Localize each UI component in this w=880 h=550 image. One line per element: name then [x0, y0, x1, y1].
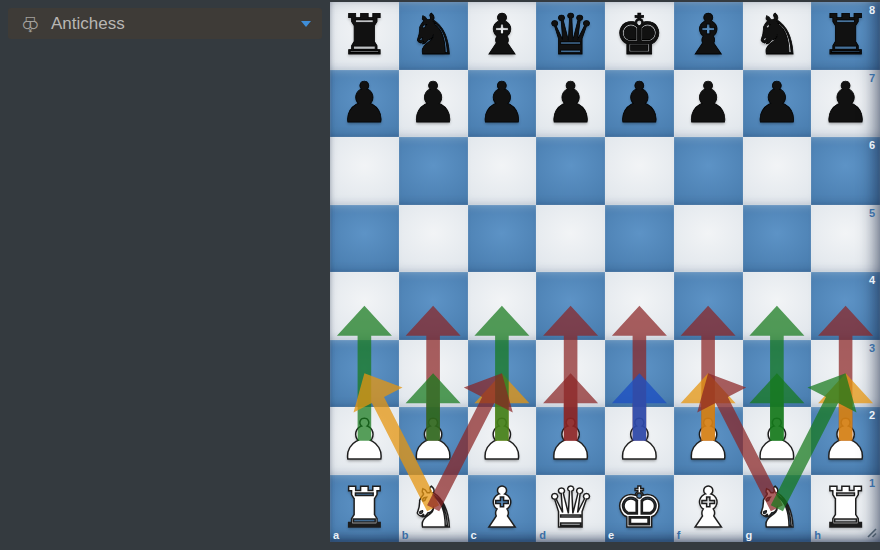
rank-label-8: 8 — [869, 4, 875, 16]
square-b8[interactable]: ♞ — [399, 2, 468, 70]
square-a5[interactable] — [330, 205, 399, 273]
white-queen[interactable]: ♛ — [536, 475, 605, 543]
square-d3[interactable] — [536, 340, 605, 408]
file-label-f: f — [677, 529, 681, 541]
square-g2[interactable]: ♟ — [743, 407, 812, 475]
square-c5[interactable] — [468, 205, 537, 273]
square-e4[interactable] — [605, 272, 674, 340]
rank-label-2: 2 — [869, 409, 875, 421]
square-f8[interactable]: ♝ — [674, 2, 743, 70]
black-knight[interactable]: ♞ — [399, 2, 468, 70]
square-e1[interactable]: ♚e — [605, 475, 674, 543]
square-f7[interactable]: ♟ — [674, 70, 743, 138]
square-c7[interactable]: ♟ — [468, 70, 537, 138]
black-pawn[interactable]: ♟ — [674, 70, 743, 138]
board-resize-handle[interactable] — [864, 525, 878, 539]
square-d8[interactable]: ♛ — [536, 2, 605, 70]
file-label-a: a — [333, 529, 339, 541]
black-pawn[interactable]: ♟ — [399, 70, 468, 138]
square-e7[interactable]: ♟ — [605, 70, 674, 138]
square-b2[interactable]: ♟ — [399, 407, 468, 475]
rank-label-5: 5 — [869, 207, 875, 219]
square-b4[interactable] — [399, 272, 468, 340]
square-c3[interactable] — [468, 340, 537, 408]
square-d7[interactable]: ♟ — [536, 70, 605, 138]
square-g4[interactable] — [743, 272, 812, 340]
square-g7[interactable]: ♟ — [743, 70, 812, 138]
square-e6[interactable] — [605, 137, 674, 205]
square-g5[interactable] — [743, 205, 812, 273]
square-h3[interactable]: 3 — [811, 340, 880, 408]
square-f4[interactable] — [674, 272, 743, 340]
white-king[interactable]: ♚ — [605, 475, 674, 543]
square-h4[interactable]: 4 — [811, 272, 880, 340]
square-f5[interactable] — [674, 205, 743, 273]
white-rook[interactable]: ♜ — [330, 475, 399, 543]
rank-label-3: 3 — [869, 342, 875, 354]
white-pawn[interactable]: ♟ — [674, 407, 743, 475]
square-b6[interactable] — [399, 137, 468, 205]
square-a6[interactable] — [330, 137, 399, 205]
white-pawn[interactable]: ♟ — [468, 407, 537, 475]
black-pawn[interactable]: ♟ — [605, 70, 674, 138]
black-pawn[interactable]: ♟ — [743, 70, 812, 138]
black-queen[interactable]: ♛ — [536, 2, 605, 70]
square-b1[interactable]: ♞b — [399, 475, 468, 543]
square-a4[interactable] — [330, 272, 399, 340]
square-c6[interactable] — [468, 137, 537, 205]
square-f6[interactable] — [674, 137, 743, 205]
square-h7[interactable]: ♟7 — [811, 70, 880, 138]
square-h2[interactable]: ♟2 — [811, 407, 880, 475]
square-d5[interactable] — [536, 205, 605, 273]
square-a2[interactable]: ♟ — [330, 407, 399, 475]
square-e3[interactable] — [605, 340, 674, 408]
black-rook[interactable]: ♜ — [330, 2, 399, 70]
square-a7[interactable]: ♟ — [330, 70, 399, 138]
black-pawn[interactable]: ♟ — [468, 70, 537, 138]
square-h8[interactable]: ♜8 — [811, 2, 880, 70]
square-g1[interactable]: ♞g — [743, 475, 812, 543]
square-e8[interactable]: ♚ — [605, 2, 674, 70]
white-knight[interactable]: ♞ — [743, 475, 812, 543]
white-pawn[interactable]: ♟ — [399, 407, 468, 475]
square-c1[interactable]: ♝c — [468, 475, 537, 543]
antichess-icon: ♔ — [19, 13, 41, 35]
square-d4[interactable] — [536, 272, 605, 340]
square-b3[interactable] — [399, 340, 468, 408]
rank-label-1: 1 — [869, 477, 875, 489]
chessboard[interactable]: ♜♞♝♛♚♝♞♜8♟♟♟♟♟♟♟♟76543♟♟♟♟♟♟♟♟2♜a♞b♝c♛d♚… — [330, 2, 880, 542]
black-bishop[interactable]: ♝ — [468, 2, 537, 70]
white-bishop[interactable]: ♝ — [674, 475, 743, 543]
black-bishop[interactable]: ♝ — [674, 2, 743, 70]
file-label-h: h — [814, 529, 821, 541]
square-d2[interactable]: ♟ — [536, 407, 605, 475]
file-label-b: b — [402, 529, 409, 541]
white-pawn[interactable]: ♟ — [605, 407, 674, 475]
black-pawn[interactable]: ♟ — [536, 70, 605, 138]
square-e2[interactable]: ♟ — [605, 407, 674, 475]
square-g8[interactable]: ♞ — [743, 2, 812, 70]
square-d6[interactable] — [536, 137, 605, 205]
square-c4[interactable] — [468, 272, 537, 340]
square-h5[interactable]: 5 — [811, 205, 880, 273]
white-pawn[interactable]: ♟ — [536, 407, 605, 475]
rank-label-7: 7 — [869, 72, 875, 84]
square-a3[interactable] — [330, 340, 399, 408]
rank-label-6: 6 — [869, 139, 875, 151]
square-g3[interactable] — [743, 340, 812, 408]
white-pawn[interactable]: ♟ — [743, 407, 812, 475]
black-knight[interactable]: ♞ — [743, 2, 812, 70]
square-g6[interactable] — [743, 137, 812, 205]
chevron-down-icon — [301, 21, 311, 27]
black-pawn[interactable]: ♟ — [330, 70, 399, 138]
square-h6[interactable]: 6 — [811, 137, 880, 205]
black-king[interactable]: ♚ — [605, 2, 674, 70]
square-c2[interactable]: ♟ — [468, 407, 537, 475]
file-label-e: e — [608, 529, 614, 541]
white-pawn[interactable]: ♟ — [330, 407, 399, 475]
square-b7[interactable]: ♟ — [399, 70, 468, 138]
variant-selector[interactable]: ♔ Antichess — [8, 8, 322, 39]
square-a1[interactable]: ♜a — [330, 475, 399, 543]
file-label-d: d — [539, 529, 546, 541]
white-bishop[interactable]: ♝ — [468, 475, 537, 543]
white-knight[interactable]: ♞ — [399, 475, 468, 543]
square-b5[interactable] — [399, 205, 468, 273]
square-f1[interactable]: ♝f — [674, 475, 743, 543]
file-label-c: c — [471, 529, 477, 541]
square-a8[interactable]: ♜ — [330, 2, 399, 70]
square-d1[interactable]: ♛d — [536, 475, 605, 543]
square-e5[interactable] — [605, 205, 674, 273]
rank-label-4: 4 — [869, 274, 875, 286]
square-c8[interactable]: ♝ — [468, 2, 537, 70]
square-f3[interactable] — [674, 340, 743, 408]
square-f2[interactable]: ♟ — [674, 407, 743, 475]
file-label-g: g — [746, 529, 753, 541]
variant-label: Antichess — [51, 14, 125, 34]
